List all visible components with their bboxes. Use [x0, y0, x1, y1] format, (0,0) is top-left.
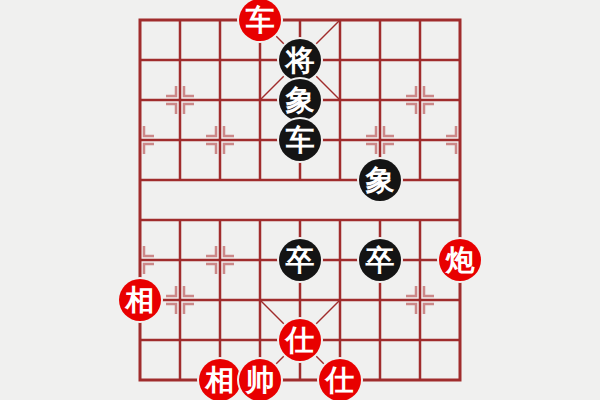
- board-cell-c4[interactable]: [200, 240, 240, 280]
- board-cell-a1[interactable]: [120, 360, 160, 400]
- red-advisor[interactable]: 仕: [319, 359, 361, 400]
- board-cell-f8[interactable]: [320, 80, 360, 120]
- board-cell-f4[interactable]: [320, 240, 360, 280]
- board-cell-i7[interactable]: [440, 120, 480, 160]
- board-cell-f6[interactable]: [320, 160, 360, 200]
- board-cell-d8[interactable]: [240, 80, 280, 120]
- board-cell-i2[interactable]: [440, 320, 480, 360]
- black-soldier[interactable]: 卒: [279, 239, 321, 281]
- board-cell-i4[interactable]: 炮: [440, 240, 480, 280]
- board-cell-f3[interactable]: [320, 280, 360, 320]
- black-general[interactable]: 将: [279, 39, 321, 81]
- board-cell-b2[interactable]: [160, 320, 200, 360]
- board-cell-h3[interactable]: [400, 280, 440, 320]
- board-cell-g8[interactable]: [360, 80, 400, 120]
- board-cell-h2[interactable]: [400, 320, 440, 360]
- black-soldier[interactable]: 卒: [359, 239, 401, 281]
- board-cell-c10[interactable]: [200, 0, 240, 40]
- board-cell-d4[interactable]: [240, 240, 280, 280]
- red-chariot[interactable]: 车: [239, 0, 281, 41]
- board-cell-d2[interactable]: [240, 320, 280, 360]
- board-cell-a2[interactable]: [120, 320, 160, 360]
- board-cell-i1[interactable]: [440, 360, 480, 400]
- xiangqi-screenshot: 车将象车象卒卒炮相仕相帅仕: [0, 0, 600, 400]
- board-cell-a4[interactable]: [120, 240, 160, 280]
- board-cell-a3[interactable]: 相: [120, 280, 160, 320]
- board-cell-c2[interactable]: [200, 320, 240, 360]
- board-cell-i5[interactable]: [440, 200, 480, 240]
- board-cell-a5[interactable]: [120, 200, 160, 240]
- board-cell-e4[interactable]: 卒: [280, 240, 320, 280]
- board-cell-b8[interactable]: [160, 80, 200, 120]
- board-cell-h5[interactable]: [400, 200, 440, 240]
- board-cell-g9[interactable]: [360, 40, 400, 80]
- red-advisor[interactable]: 仕: [279, 319, 321, 361]
- board-cell-b3[interactable]: [160, 280, 200, 320]
- board-cell-b10[interactable]: [160, 0, 200, 40]
- board-cell-d6[interactable]: [240, 160, 280, 200]
- red-elephant[interactable]: 相: [119, 279, 161, 321]
- board-cell-d9[interactable]: [240, 40, 280, 80]
- board-cell-g6[interactable]: 象: [360, 160, 400, 200]
- board-cell-e6[interactable]: [280, 160, 320, 200]
- board-cell-i10[interactable]: [440, 0, 480, 40]
- board-cell-f7[interactable]: [320, 120, 360, 160]
- board-cell-d5[interactable]: [240, 200, 280, 240]
- board-cell-f2[interactable]: [320, 320, 360, 360]
- board-cell-f9[interactable]: [320, 40, 360, 80]
- board-cell-a10[interactable]: [120, 0, 160, 40]
- board-cell-b1[interactable]: [160, 360, 200, 400]
- board-cell-g1[interactable]: [360, 360, 400, 400]
- board-cell-e8[interactable]: 象: [280, 80, 320, 120]
- board-cell-f1[interactable]: 仕: [320, 360, 360, 400]
- board-cell-b4[interactable]: [160, 240, 200, 280]
- board-cell-g5[interactable]: [360, 200, 400, 240]
- board-cell-e3[interactable]: [280, 280, 320, 320]
- board-cell-a6[interactable]: [120, 160, 160, 200]
- board-cell-g10[interactable]: [360, 0, 400, 40]
- board-cell-b6[interactable]: [160, 160, 200, 200]
- board-cell-h9[interactable]: [400, 40, 440, 80]
- board-cell-i8[interactable]: [440, 80, 480, 120]
- board-cell-a7[interactable]: [120, 120, 160, 160]
- board-cell-d1[interactable]: 帅: [240, 360, 280, 400]
- board-cell-e5[interactable]: [280, 200, 320, 240]
- board-cell-g4[interactable]: 卒: [360, 240, 400, 280]
- black-elephant[interactable]: 象: [359, 159, 401, 201]
- board-cell-h10[interactable]: [400, 0, 440, 40]
- board-cell-g3[interactable]: [360, 280, 400, 320]
- board-cell-h4[interactable]: [400, 240, 440, 280]
- board-cell-h7[interactable]: [400, 120, 440, 160]
- board-cell-c3[interactable]: [200, 280, 240, 320]
- board-cell-b9[interactable]: [160, 40, 200, 80]
- board-cell-e9[interactable]: 将: [280, 40, 320, 80]
- board-cell-c5[interactable]: [200, 200, 240, 240]
- board-cell-f10[interactable]: [320, 0, 360, 40]
- board-cell-c7[interactable]: [200, 120, 240, 160]
- board-cell-g2[interactable]: [360, 320, 400, 360]
- black-chariot[interactable]: 车: [279, 119, 321, 161]
- board-cell-h6[interactable]: [400, 160, 440, 200]
- board-cell-h8[interactable]: [400, 80, 440, 120]
- board-cell-d10[interactable]: 车: [240, 0, 280, 40]
- black-elephant[interactable]: 象: [279, 79, 321, 121]
- board-cell-c9[interactable]: [200, 40, 240, 80]
- red-cannon[interactable]: 炮: [439, 239, 481, 281]
- board-cell-e10[interactable]: [280, 0, 320, 40]
- board-cell-b7[interactable]: [160, 120, 200, 160]
- red-general[interactable]: 帅: [239, 359, 281, 400]
- board-cell-d7[interactable]: [240, 120, 280, 160]
- board-cell-b5[interactable]: [160, 200, 200, 240]
- board-cell-i6[interactable]: [440, 160, 480, 200]
- board-cell-d3[interactable]: [240, 280, 280, 320]
- board-cell-a9[interactable]: [120, 40, 160, 80]
- board-cell-c8[interactable]: [200, 80, 240, 120]
- xiangqi-board[interactable]: 车将象车象卒卒炮相仕相帅仕: [120, 0, 480, 400]
- board-cell-e2[interactable]: 仕: [280, 320, 320, 360]
- board-cell-e1[interactable]: [280, 360, 320, 400]
- red-elephant[interactable]: 相: [199, 359, 241, 400]
- board-cell-c1[interactable]: 相: [200, 360, 240, 400]
- board-cell-e7[interactable]: 车: [280, 120, 320, 160]
- board-cell-a8[interactable]: [120, 80, 160, 120]
- board-cell-i9[interactable]: [440, 40, 480, 80]
- board-cell-f5[interactable]: [320, 200, 360, 240]
- board-cell-g7[interactable]: [360, 120, 400, 160]
- board-cell-i3[interactable]: [440, 280, 480, 320]
- board-cell-h1[interactable]: [400, 360, 440, 400]
- board-cell-c6[interactable]: [200, 160, 240, 200]
